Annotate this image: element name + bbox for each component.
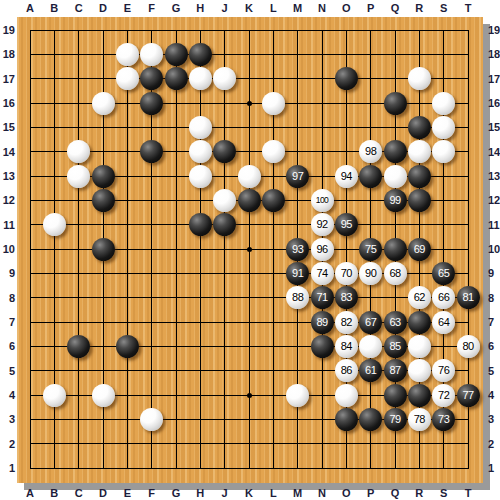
stone-white-H15[interactable] xyxy=(189,116,212,139)
coord-label-top: R xyxy=(409,1,429,15)
coord-label-top: L xyxy=(263,1,283,15)
stone-black-T4[interactable]: 77 xyxy=(457,384,480,407)
coord-label-left: 9 xyxy=(1,266,15,280)
coord-label-left: 14 xyxy=(1,145,15,159)
move-number: 98 xyxy=(365,146,376,157)
move-number: 88 xyxy=(292,292,303,303)
coord-label-bottom: K xyxy=(239,486,259,500)
coord-label-bottom: E xyxy=(117,486,137,500)
stone-white-R8[interactable]: 62 xyxy=(408,286,431,309)
coord-label-left: 13 xyxy=(1,169,15,183)
stone-white-N11[interactable]: 92 xyxy=(311,213,334,236)
coord-label-top: J xyxy=(215,1,235,15)
star-point xyxy=(247,247,252,252)
move-number: 84 xyxy=(341,341,352,352)
coord-label-left: 3 xyxy=(1,412,15,426)
star-point xyxy=(247,101,252,106)
coord-label-top: H xyxy=(190,1,210,15)
coord-label-right: 9 xyxy=(488,266,500,280)
stone-white-F18[interactable] xyxy=(140,43,163,66)
move-number: 76 xyxy=(438,365,449,376)
stone-white-K13[interactable] xyxy=(238,165,261,188)
coord-label-bottom: L xyxy=(263,486,283,500)
move-number: 66 xyxy=(438,292,449,303)
stone-black-P7[interactable]: 67 xyxy=(359,311,382,334)
stone-white-R14[interactable] xyxy=(408,140,431,163)
stone-black-Q10[interactable] xyxy=(384,238,407,261)
move-number: 80 xyxy=(462,341,473,352)
stone-black-Q14[interactable] xyxy=(384,140,407,163)
coord-label-top: D xyxy=(93,1,113,15)
stone-black-P3[interactable] xyxy=(359,408,382,431)
move-number: 90 xyxy=(365,268,376,279)
stone-black-Q16[interactable] xyxy=(384,92,407,115)
coord-label-top: N xyxy=(312,1,332,15)
coord-label-bottom: H xyxy=(190,486,210,500)
coord-label-left: 10 xyxy=(1,242,15,256)
coord-label-left: 6 xyxy=(1,339,15,353)
stone-white-R5[interactable] xyxy=(408,359,431,382)
stone-black-Q7[interactable]: 63 xyxy=(384,311,407,334)
coord-label-bottom: N xyxy=(312,486,332,500)
move-number: 92 xyxy=(316,219,327,230)
coord-label-top: F xyxy=(142,1,162,15)
coord-label-left: 8 xyxy=(1,291,15,305)
coord-label-left: 11 xyxy=(1,218,15,232)
coord-label-bottom: P xyxy=(361,486,381,500)
stone-black-R15[interactable] xyxy=(408,116,431,139)
move-number: 65 xyxy=(438,268,449,279)
grid-line-horizontal xyxy=(30,443,469,444)
move-number: 63 xyxy=(389,317,400,328)
stone-black-E6[interactable] xyxy=(116,335,139,358)
coord-label-left: 7 xyxy=(1,315,15,329)
stone-black-T8[interactable]: 81 xyxy=(457,286,480,309)
coord-label-top: K xyxy=(239,1,259,15)
coord-label-bottom: T xyxy=(458,486,478,500)
stone-black-D12[interactable] xyxy=(92,189,115,212)
coord-label-bottom: R xyxy=(409,486,429,500)
move-number: 73 xyxy=(438,414,449,425)
stone-black-K12[interactable] xyxy=(238,189,261,212)
stone-black-N7[interactable]: 89 xyxy=(311,311,334,334)
stone-black-S3[interactable]: 73 xyxy=(432,408,455,431)
coord-label-right: 14 xyxy=(488,145,500,159)
stone-black-Q3[interactable]: 79 xyxy=(384,408,407,431)
stone-black-L12[interactable] xyxy=(262,189,285,212)
stone-white-L16[interactable] xyxy=(262,92,285,115)
coord-label-right: 13 xyxy=(488,169,500,183)
move-number: 85 xyxy=(389,341,400,352)
coord-label-left: 17 xyxy=(1,72,15,86)
stone-white-Q13[interactable] xyxy=(384,165,407,188)
stone-black-R12[interactable] xyxy=(408,189,431,212)
coord-label-right: 5 xyxy=(488,364,500,378)
stone-black-G18[interactable] xyxy=(165,43,188,66)
move-number: 62 xyxy=(414,292,425,303)
stone-black-Q4[interactable] xyxy=(384,384,407,407)
coord-label-right: 11 xyxy=(488,218,500,232)
coord-label-right: 4 xyxy=(488,388,500,402)
move-number: 86 xyxy=(341,365,352,376)
move-number: 94 xyxy=(341,171,352,182)
move-number: 64 xyxy=(438,317,449,328)
move-number: 83 xyxy=(341,292,352,303)
coord-label-bottom: G xyxy=(166,486,186,500)
stone-white-O6[interactable]: 84 xyxy=(335,335,358,358)
stone-white-S4[interactable]: 72 xyxy=(432,384,455,407)
move-number: 68 xyxy=(389,268,400,279)
move-number: 79 xyxy=(389,414,400,425)
coord-label-top: G xyxy=(166,1,186,15)
stone-black-R4[interactable] xyxy=(408,384,431,407)
stone-black-O17[interactable] xyxy=(335,67,358,90)
stone-white-O9[interactable]: 70 xyxy=(335,262,358,285)
move-number: 96 xyxy=(316,244,327,255)
coord-label-left: 19 xyxy=(1,23,15,37)
move-number: 77 xyxy=(462,390,473,401)
coord-label-top: O xyxy=(336,1,356,15)
stone-black-D13[interactable] xyxy=(92,165,115,188)
coord-label-top: B xyxy=(44,1,64,15)
coord-label-top: E xyxy=(117,1,137,15)
stone-black-M13[interactable]: 97 xyxy=(286,165,309,188)
coord-label-top: S xyxy=(434,1,454,15)
star-point xyxy=(247,393,252,398)
stone-black-R10[interactable]: 69 xyxy=(408,238,431,261)
move-number: 70 xyxy=(341,268,352,279)
stone-white-E18[interactable] xyxy=(116,43,139,66)
move-number: 71 xyxy=(316,292,327,303)
coord-label-bottom: A xyxy=(20,486,40,500)
coord-label-left: 5 xyxy=(1,364,15,378)
stone-black-N6[interactable] xyxy=(311,335,334,358)
move-number: 74 xyxy=(316,268,327,279)
coord-label-top: M xyxy=(288,1,308,15)
stone-white-S15[interactable] xyxy=(432,116,455,139)
stone-white-Q9[interactable]: 68 xyxy=(384,262,407,285)
stone-white-F3[interactable] xyxy=(140,408,163,431)
stone-white-J12[interactable] xyxy=(213,189,236,212)
coord-label-right: 7 xyxy=(488,315,500,329)
stone-black-D10[interactable] xyxy=(92,238,115,261)
stone-black-H18[interactable] xyxy=(189,43,212,66)
coord-label-right: 19 xyxy=(488,23,500,37)
coord-label-right: 18 xyxy=(488,47,500,61)
stone-white-H13[interactable] xyxy=(189,165,212,188)
coord-label-right: 10 xyxy=(488,242,500,256)
grid-line-horizontal xyxy=(30,297,469,298)
stone-black-Q12[interactable]: 99 xyxy=(384,189,407,212)
stone-white-S16[interactable] xyxy=(432,92,455,115)
move-number: 81 xyxy=(462,292,473,303)
grid-line-horizontal xyxy=(30,468,469,469)
stone-black-R7[interactable] xyxy=(408,311,431,334)
coord-label-bottom: J xyxy=(215,486,235,500)
go-game-screen: AABBCCDDEEFFGGHHJJKKLLMMNNOOPPQQRRSSTT19… xyxy=(0,0,500,500)
coord-label-right: 15 xyxy=(488,120,500,134)
move-number: 75 xyxy=(365,244,376,255)
move-number: 93 xyxy=(292,244,303,255)
move-number: 72 xyxy=(438,390,449,401)
stone-black-O11[interactable]: 95 xyxy=(335,213,358,236)
coord-label-top: P xyxy=(361,1,381,15)
stone-black-O8[interactable]: 83 xyxy=(335,286,358,309)
stone-white-N10[interactable]: 96 xyxy=(311,238,334,261)
stone-white-L14[interactable] xyxy=(262,140,285,163)
coord-label-left: 1 xyxy=(1,461,15,475)
stone-black-F16[interactable] xyxy=(140,92,163,115)
coord-label-bottom: Q xyxy=(385,486,405,500)
stone-white-N12[interactable]: 100 xyxy=(311,189,334,212)
stone-white-N9[interactable]: 74 xyxy=(311,262,334,285)
stone-black-N8[interactable]: 71 xyxy=(311,286,334,309)
stone-black-P13[interactable] xyxy=(359,165,382,188)
stone-black-G17[interactable] xyxy=(165,67,188,90)
stone-black-S9[interactable]: 65 xyxy=(432,262,455,285)
stone-black-C6[interactable] xyxy=(67,335,90,358)
coord-label-top: T xyxy=(458,1,478,15)
stone-white-H14[interactable] xyxy=(189,140,212,163)
stone-black-Q6[interactable]: 85 xyxy=(384,335,407,358)
stone-white-B11[interactable] xyxy=(43,213,66,236)
move-number: 100 xyxy=(316,196,328,205)
coord-label-bottom: F xyxy=(142,486,162,500)
stone-white-P6[interactable] xyxy=(359,335,382,358)
stone-white-T6[interactable]: 80 xyxy=(457,335,480,358)
stone-black-P10[interactable]: 75 xyxy=(359,238,382,261)
coord-label-bottom: B xyxy=(44,486,64,500)
stone-white-D16[interactable] xyxy=(92,92,115,115)
stone-white-S7[interactable]: 64 xyxy=(432,311,455,334)
coord-label-bottom: O xyxy=(336,486,356,500)
coord-label-left: 16 xyxy=(1,96,15,110)
stone-white-O13[interactable]: 94 xyxy=(335,165,358,188)
stone-white-O5[interactable]: 86 xyxy=(335,359,358,382)
coord-label-right: 8 xyxy=(488,291,500,305)
move-number: 95 xyxy=(341,219,352,230)
move-number: 89 xyxy=(316,317,327,328)
stone-black-Q5[interactable]: 87 xyxy=(384,359,407,382)
stone-black-M10[interactable]: 93 xyxy=(286,238,309,261)
coord-label-bottom: S xyxy=(434,486,454,500)
coord-label-top: Q xyxy=(385,1,405,15)
coord-label-right: 3 xyxy=(488,412,500,426)
stone-white-R6[interactable] xyxy=(408,335,431,358)
stone-white-O7[interactable]: 82 xyxy=(335,311,358,334)
coord-label-left: 2 xyxy=(1,437,15,451)
stone-white-R17[interactable] xyxy=(408,67,431,90)
move-number: 87 xyxy=(389,365,400,376)
move-number: 97 xyxy=(292,171,303,182)
move-number: 69 xyxy=(414,244,425,255)
coord-label-right: 1 xyxy=(488,461,500,475)
coord-label-top: A xyxy=(20,1,40,15)
coord-label-bottom: D xyxy=(93,486,113,500)
coord-label-left: 18 xyxy=(1,47,15,61)
coord-label-left: 15 xyxy=(1,120,15,134)
stone-white-M4[interactable] xyxy=(286,384,309,407)
move-number: 99 xyxy=(389,195,400,206)
stone-white-P9[interactable]: 90 xyxy=(359,262,382,285)
move-number: 78 xyxy=(414,414,425,425)
coord-label-left: 4 xyxy=(1,388,15,402)
stone-white-D4[interactable] xyxy=(92,384,115,407)
coord-label-right: 17 xyxy=(488,72,500,86)
stone-black-O3[interactable] xyxy=(335,408,358,431)
stone-white-O4[interactable] xyxy=(335,384,358,407)
coord-label-left: 12 xyxy=(1,193,15,207)
coord-label-bottom: M xyxy=(288,486,308,500)
stone-white-R3[interactable]: 78 xyxy=(408,408,431,431)
stone-black-R13[interactable] xyxy=(408,165,431,188)
coord-label-right: 16 xyxy=(488,96,500,110)
move-number: 67 xyxy=(365,317,376,328)
stone-white-C13[interactable] xyxy=(67,165,90,188)
coord-label-top: C xyxy=(69,1,89,15)
stone-black-M9[interactable]: 91 xyxy=(286,262,309,285)
move-number: 61 xyxy=(365,365,376,376)
stone-white-E17[interactable] xyxy=(116,67,139,90)
stone-white-H17[interactable] xyxy=(189,67,212,90)
stone-white-B4[interactable] xyxy=(43,384,66,407)
coord-label-bottom: C xyxy=(69,486,89,500)
stone-black-H11[interactable] xyxy=(189,213,212,236)
move-number: 82 xyxy=(341,317,352,328)
coord-label-right: 12 xyxy=(488,193,500,207)
coord-label-right: 2 xyxy=(488,437,500,451)
move-number: 91 xyxy=(292,268,303,279)
coord-label-right: 6 xyxy=(488,339,500,353)
